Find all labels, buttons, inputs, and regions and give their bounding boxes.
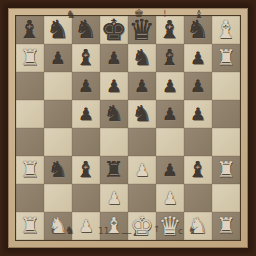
piece-black-knight[interactable]: ♞ (132, 100, 152, 128)
piece-white-king[interactable]: ♚ (130, 212, 153, 240)
piece-black-pawn[interactable]: ♟ (78, 72, 93, 100)
piece-black-knight[interactable]: ♞ (104, 100, 124, 128)
square-h6[interactable] (212, 72, 240, 100)
piece-white-queen[interactable]: ♛ (158, 212, 181, 240)
square-e5[interactable]: ♞ (128, 100, 156, 128)
square-c4[interactable] (72, 128, 100, 156)
square-f6[interactable]: ♟ (156, 72, 184, 100)
piece-white-pawn[interactable]: ♟ (78, 212, 93, 240)
square-g6[interactable]: ♟ (184, 72, 212, 100)
square-g4[interactable] (184, 128, 212, 156)
square-g1[interactable]: ♞ (184, 212, 212, 240)
piece-white-knight[interactable]: ♞ (48, 212, 68, 240)
piece-black-pawn[interactable]: ♟ (106, 72, 121, 100)
square-e7[interactable]: ♞ (128, 44, 156, 72)
square-d6[interactable]: ♟ (100, 72, 128, 100)
piece-black-knight[interactable]: ♞ (75, 16, 97, 44)
square-h1[interactable]: ♜ (212, 212, 240, 240)
square-b6[interactable] (44, 72, 72, 100)
board-margin-strip: ♝♞♞♚♛♝♞♝♜♟♝♟♞♝♟♜♟♟♟♟♟♟♞♞♟♟♜♞♝♜♟♟♝♜♟♟♜♞♟♝… (8, 8, 248, 248)
piece-black-pawn[interactable]: ♟ (162, 72, 177, 100)
square-g5[interactable]: ♟ (184, 100, 212, 128)
piece-black-king[interactable]: ♚ (101, 16, 127, 44)
square-e1[interactable]: ♚ (128, 212, 156, 240)
square-a4[interactable] (16, 128, 44, 156)
square-h2[interactable] (212, 184, 240, 212)
square-a7[interactable]: ♜ (16, 44, 44, 72)
piece-black-pawn[interactable]: ♟ (78, 100, 93, 128)
square-h7[interactable]: ♜ (212, 44, 240, 72)
square-a1[interactable]: ♜ (16, 212, 44, 240)
square-d7[interactable]: ♟ (100, 44, 128, 72)
square-h8[interactable]: ♝ (212, 16, 240, 44)
wooden-frame: ♝♞♞♚♛♝♞♝♜♟♝♟♞♝♟♜♟♟♟♟♟♟♞♞♟♟♜♞♝♜♟♟♝♜♟♟♜♞♟♝… (0, 0, 256, 256)
piece-black-knight[interactable]: ♞ (47, 16, 69, 44)
square-d4[interactable] (100, 128, 128, 156)
piece-white-rook[interactable]: ♜ (20, 156, 40, 184)
square-b8[interactable]: ♞ (44, 16, 72, 44)
piece-white-rook[interactable]: ♜ (216, 212, 236, 240)
piece-black-pawn[interactable]: ♟ (106, 44, 121, 72)
square-c7[interactable]: ♝ (72, 44, 100, 72)
piece-black-pawn[interactable]: ♟ (50, 44, 65, 72)
square-d8[interactable]: ♚ (100, 16, 128, 44)
square-f3[interactable]: ♟ (156, 156, 184, 184)
piece-black-rook[interactable]: ♜ (104, 156, 124, 184)
piece-white-pawn[interactable]: ♟ (162, 184, 177, 212)
piece-white-pawn[interactable]: ♟ (134, 156, 149, 184)
piece-white-pawn[interactable]: ♟ (106, 184, 121, 212)
square-e4[interactable] (128, 128, 156, 156)
square-d2[interactable]: ♟ (100, 184, 128, 212)
square-f5[interactable]: ♟ (156, 100, 184, 128)
piece-black-bishop[interactable]: ♝ (188, 156, 208, 184)
piece-white-bishop[interactable]: ♝ (104, 212, 124, 240)
piece-black-bishop[interactable]: ♝ (159, 16, 181, 44)
piece-black-pawn[interactable]: ♟ (134, 72, 149, 100)
square-b1[interactable]: ♞ (44, 212, 72, 240)
square-b2[interactable] (44, 184, 72, 212)
piece-black-pawn[interactable]: ♟ (162, 100, 177, 128)
square-d3[interactable]: ♜ (100, 156, 128, 184)
square-g8[interactable]: ♞ (184, 16, 212, 44)
square-b3[interactable]: ♞ (44, 156, 72, 184)
piece-black-pawn[interactable]: ♟ (190, 72, 205, 100)
square-g7[interactable]: ♟ (184, 44, 212, 72)
square-g2[interactable] (184, 184, 212, 212)
square-a3[interactable]: ♜ (16, 156, 44, 184)
square-c6[interactable]: ♟ (72, 72, 100, 100)
piece-black-queen[interactable]: ♛ (129, 16, 155, 44)
square-h3[interactable]: ♜ (212, 156, 240, 184)
piece-black-knight[interactable]: ♞ (48, 156, 68, 184)
square-a2[interactable] (16, 184, 44, 212)
piece-black-bishop[interactable]: ♝ (76, 44, 96, 72)
square-c8[interactable]: ♞ (72, 16, 100, 44)
square-a8[interactable]: ♝ (16, 16, 44, 44)
piece-white-knight[interactable]: ♞ (188, 212, 208, 240)
piece-black-pawn[interactable]: ♟ (162, 156, 177, 184)
square-b7[interactable]: ♟ (44, 44, 72, 72)
piece-white-rook[interactable]: ♜ (20, 44, 40, 72)
square-b4[interactable] (44, 128, 72, 156)
square-g3[interactable]: ♝ (184, 156, 212, 184)
piece-black-knight[interactable]: ♞ (132, 44, 152, 72)
square-d1[interactable]: ♝ (100, 212, 128, 240)
piece-white-bishop[interactable]: ♝ (215, 16, 237, 44)
square-f4[interactable] (156, 128, 184, 156)
square-f8[interactable]: ♝ (156, 16, 184, 44)
square-e2[interactable] (128, 184, 156, 212)
piece-black-knight[interactable]: ♞ (187, 16, 209, 44)
square-h4[interactable] (212, 128, 240, 156)
piece-black-bishop[interactable]: ♝ (19, 16, 41, 44)
square-b5[interactable] (44, 100, 72, 128)
piece-black-pawn[interactable]: ♟ (190, 44, 205, 72)
piece-white-rook[interactable]: ♜ (216, 156, 236, 184)
square-f2[interactable]: ♟ (156, 184, 184, 212)
square-c5[interactable]: ♟ (72, 100, 100, 128)
square-f1[interactable]: ♛ (156, 212, 184, 240)
piece-black-bishop[interactable]: ♝ (160, 44, 180, 72)
square-d5[interactable]: ♞ (100, 100, 128, 128)
square-a5[interactable] (16, 100, 44, 128)
chess-board[interactable]: ♝♞♞♚♛♝♞♝♜♟♝♟♞♝♟♜♟♟♟♟♟♟♞♞♟♟♜♞♝♜♟♟♝♜♟♟♜♞♟♝… (15, 15, 241, 241)
square-a6[interactable] (16, 72, 44, 100)
square-c3[interactable]: ♝ (72, 156, 100, 184)
square-e6[interactable]: ♟ (128, 72, 156, 100)
piece-white-rook[interactable]: ♜ (216, 44, 236, 72)
square-h5[interactable] (212, 100, 240, 128)
square-e8[interactable]: ♛ (128, 16, 156, 44)
piece-white-rook[interactable]: ♜ (20, 212, 40, 240)
piece-black-bishop[interactable]: ♝ (76, 156, 96, 184)
square-e3[interactable]: ♟ (128, 156, 156, 184)
square-f7[interactable]: ♝ (156, 44, 184, 72)
square-c2[interactable] (72, 184, 100, 212)
square-c1[interactable]: ♟ (72, 212, 100, 240)
piece-black-pawn[interactable]: ♟ (190, 100, 205, 128)
